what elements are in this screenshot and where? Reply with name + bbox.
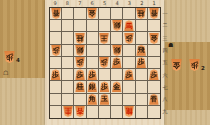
board-square-37[interactable] xyxy=(123,81,135,93)
board-square-15[interactable] xyxy=(148,57,160,69)
gote-piece-歩[interactable]: 歩 xyxy=(51,45,61,56)
board-square-57[interactable]: 歩 xyxy=(99,81,111,93)
gote-hand-歩[interactable]: 歩4 xyxy=(4,51,20,63)
sente-piece-歩[interactable]: 歩 xyxy=(149,69,159,80)
gote-piece-香[interactable]: 香 xyxy=(51,8,61,19)
board-square-78[interactable] xyxy=(74,94,86,106)
rank-label-7: 七 xyxy=(162,81,169,93)
gote-piece-undefined[interactable]: 歩 xyxy=(189,59,200,71)
board-square-97[interactable] xyxy=(50,81,62,93)
board-square-17[interactable] xyxy=(148,81,160,93)
gote-piece-銀[interactable]: 銀 xyxy=(112,45,122,56)
board-square-58[interactable]: 玉 xyxy=(99,94,111,106)
sente-piece-歩[interactable]: 歩 xyxy=(99,81,109,92)
gote-piece-stand xyxy=(0,0,45,78)
gote-piece-王[interactable]: 王 xyxy=(99,33,109,44)
sente-piece-歩[interactable]: 歩 xyxy=(87,69,97,80)
board-square-72[interactable] xyxy=(74,20,86,32)
board-square-28[interactable] xyxy=(136,94,148,106)
board-square-16[interactable]: 歩 xyxy=(148,69,160,81)
board-square-22[interactable] xyxy=(136,20,148,32)
file-label-9: 9 xyxy=(49,0,61,6)
gote-piece-桂[interactable]: 桂 xyxy=(75,33,85,44)
shogi-board: 香金桂香銀馬桂王歩金歩銀銀飛歩歩歩歩歩歩歩歩歩桂銀歩金角玉香圭杏龍 xyxy=(49,7,161,119)
file-label-3: 3 xyxy=(123,0,135,6)
board-square-63[interactable] xyxy=(87,32,99,44)
gote-piece-香[interactable]: 香 xyxy=(149,8,159,19)
board-square-26[interactable] xyxy=(136,69,148,81)
rank-label-8: 八 xyxy=(162,93,169,105)
board-square-73[interactable]: 桂 xyxy=(74,32,86,44)
board-square-89[interactable]: 圭 xyxy=(62,106,74,118)
board-square-64[interactable] xyxy=(87,45,99,57)
gote-piece-龍[interactable]: 龍 xyxy=(124,106,134,117)
board-square-68[interactable]: 角 xyxy=(87,94,99,106)
board-square-59[interactable] xyxy=(99,106,111,118)
board-square-54[interactable] xyxy=(99,45,111,57)
file-label-4: 4 xyxy=(111,0,123,6)
board-square-86[interactable] xyxy=(62,69,74,81)
board-square-39[interactable]: 龍 xyxy=(123,106,135,118)
board-square-21[interactable]: 桂 xyxy=(136,8,148,20)
gote-piece-undefined[interactable]: 歩 xyxy=(4,51,15,63)
sente-piece-桂[interactable]: 桂 xyxy=(75,81,85,92)
file-label-7: 7 xyxy=(74,0,86,6)
board-square-48[interactable] xyxy=(111,94,123,106)
board-square-65[interactable] xyxy=(87,57,99,69)
gote-piece-歩[interactable]: 歩 xyxy=(99,57,109,68)
board-square-19[interactable] xyxy=(148,106,160,118)
file-label-1: 1 xyxy=(148,0,160,6)
rank-label-1: 一 xyxy=(162,7,169,19)
sente-piece-銀[interactable]: 銀 xyxy=(87,81,97,92)
board-square-61[interactable]: 金 xyxy=(87,8,99,20)
board-square-87[interactable] xyxy=(62,81,74,93)
board-square-94[interactable]: 歩 xyxy=(50,45,62,57)
board-square-35[interactable] xyxy=(123,57,135,69)
board-square-56[interactable] xyxy=(99,69,111,81)
rank-label-6: 六 xyxy=(162,69,169,81)
board-square-44[interactable]: 銀 xyxy=(111,45,123,57)
board-square-24[interactable]: 飛 xyxy=(136,45,148,57)
hand-count: 2 xyxy=(201,65,205,71)
board-square-76[interactable]: 歩 xyxy=(74,69,86,81)
board-square-32[interactable]: 馬 xyxy=(123,20,135,32)
sente-hand-歩[interactable]: 歩2 xyxy=(189,59,205,71)
board-square-71[interactable] xyxy=(74,8,86,20)
board-square-83[interactable] xyxy=(62,32,74,44)
board-square-18[interactable]: 香 xyxy=(148,94,160,106)
sente-indicator-icon: ☗ xyxy=(168,42,173,48)
board-square-45[interactable]: 歩 xyxy=(111,57,123,69)
board-square-91[interactable]: 香 xyxy=(50,8,62,20)
board-square-82[interactable] xyxy=(62,20,74,32)
hand-count: 4 xyxy=(16,57,20,63)
board-square-47[interactable]: 金 xyxy=(111,81,123,93)
gote-piece-歩[interactable]: 歩 xyxy=(124,33,134,44)
sente-piece-歩[interactable]: 歩 xyxy=(124,69,134,80)
gote-piece-undefined[interactable]: 金 xyxy=(171,59,182,71)
gote-piece-銀[interactable]: 銀 xyxy=(75,45,85,56)
gote-piece-銀[interactable]: 銀 xyxy=(112,20,122,31)
board-square-43[interactable] xyxy=(111,32,123,44)
board-square-34[interactable] xyxy=(123,45,135,57)
board-square-12[interactable] xyxy=(148,20,160,32)
board-square-13[interactable]: 金 xyxy=(148,32,160,44)
rank-label-9: 九 xyxy=(162,105,169,117)
board-square-27[interactable] xyxy=(136,81,148,93)
sente-piece-飛[interactable]: 飛 xyxy=(136,45,146,56)
file-label-6: 6 xyxy=(86,0,98,6)
board-square-46[interactable] xyxy=(111,69,123,81)
sente-piece-歩[interactable]: 歩 xyxy=(75,69,85,80)
sente-piece-馬[interactable]: 馬 xyxy=(124,20,134,31)
shogi-app: 987654321 一二三四五六七八九 香金桂香銀馬桂王歩金歩銀銀飛歩歩歩歩歩歩… xyxy=(0,0,210,125)
sente-piece-香[interactable]: 香 xyxy=(149,94,159,105)
board-square-14[interactable] xyxy=(148,45,160,57)
gote-indicator-icon: ☖ xyxy=(3,70,8,76)
board-square-79[interactable]: 杏 xyxy=(74,106,86,118)
file-label-2: 2 xyxy=(136,0,148,6)
gote-piece-金[interactable]: 金 xyxy=(87,8,97,19)
board-square-98[interactable] xyxy=(50,94,62,106)
board-square-96[interactable]: 歩 xyxy=(50,69,62,81)
board-square-53[interactable]: 王 xyxy=(99,32,111,44)
gote-piece-金[interactable]: 金 xyxy=(149,33,159,44)
board-square-81[interactable] xyxy=(62,8,74,20)
board-square-11[interactable]: 香 xyxy=(148,8,160,20)
sente-hand-金[interactable]: 金 xyxy=(171,59,182,71)
sente-piece-歩[interactable]: 歩 xyxy=(136,57,146,68)
board-square-41[interactable] xyxy=(111,8,123,20)
board-square-25[interactable]: 歩 xyxy=(136,57,148,69)
board-square-29[interactable] xyxy=(136,106,148,118)
file-label-5: 5 xyxy=(99,0,111,6)
sente-piece-角[interactable]: 角 xyxy=(87,94,97,105)
sente-piece-stand xyxy=(165,42,210,110)
board-square-99[interactable] xyxy=(50,106,62,118)
board-square-95[interactable] xyxy=(50,57,62,69)
board-square-74[interactable]: 銀 xyxy=(74,45,86,57)
board-square-92[interactable] xyxy=(50,20,62,32)
board-square-23[interactable] xyxy=(136,32,148,44)
board-square-69[interactable] xyxy=(87,106,99,118)
board-square-31[interactable] xyxy=(123,8,135,20)
board-square-36[interactable]: 歩 xyxy=(123,69,135,81)
board-square-38[interactable] xyxy=(123,94,135,106)
rank-label-5: 五 xyxy=(162,56,169,68)
board-square-84[interactable] xyxy=(62,45,74,57)
board-square-62[interactable] xyxy=(87,20,99,32)
board-square-42[interactable]: 銀 xyxy=(111,20,123,32)
sente-piece-歩[interactable]: 歩 xyxy=(51,69,61,80)
file-label-8: 8 xyxy=(61,0,73,6)
sente-piece-歩[interactable]: 歩 xyxy=(112,57,122,68)
board-square-49[interactable] xyxy=(111,106,123,118)
gote-piece-桂[interactable]: 桂 xyxy=(136,8,146,19)
gote-piece-圭[interactable]: 圭 xyxy=(63,106,73,117)
board-square-93[interactable] xyxy=(50,32,62,44)
board-square-88[interactable] xyxy=(62,94,74,106)
board-square-66[interactable]: 歩 xyxy=(87,69,99,81)
rank-label-2: 二 xyxy=(162,19,169,31)
board-square-77[interactable]: 桂 xyxy=(74,81,86,93)
board-square-75[interactable]: 歩 xyxy=(74,57,86,69)
sente-piece-玉[interactable]: 玉 xyxy=(99,94,109,105)
board-square-85[interactable] xyxy=(62,57,74,69)
gote-piece-歩[interactable]: 歩 xyxy=(75,57,85,68)
board-square-55[interactable]: 歩 xyxy=(99,57,111,69)
board-square-51[interactable] xyxy=(99,8,111,20)
board-square-52[interactable] xyxy=(99,20,111,32)
gote-piece-杏[interactable]: 杏 xyxy=(75,106,85,117)
board-square-33[interactable]: 歩 xyxy=(123,32,135,44)
sente-piece-金[interactable]: 金 xyxy=(112,81,122,92)
board-square-67[interactable]: 銀 xyxy=(87,81,99,93)
